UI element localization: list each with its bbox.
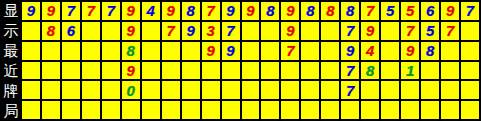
grid-cell [182, 101, 200, 119]
grid-cell [461, 62, 479, 80]
grid-cell [202, 81, 220, 99]
grid-cell [421, 62, 439, 80]
grid-cell [421, 81, 439, 99]
grid-cell [261, 101, 279, 119]
grid-cell [142, 22, 160, 40]
label-char: 近 [0, 61, 22, 81]
label-char: 最 [0, 40, 22, 60]
grid-cell [461, 81, 479, 99]
grid-cell: 5 [381, 2, 399, 20]
grid-cell [281, 81, 299, 99]
grid-cell: 9 [441, 2, 459, 20]
grid-cell: 8 [182, 2, 200, 20]
grid-cell: 7 [162, 22, 180, 40]
label-char: 牌 [0, 81, 22, 101]
grid-cell: 7 [281, 42, 299, 60]
grid-cell: 9 [341, 42, 359, 60]
grid-cell [321, 101, 339, 119]
grid-cell: 7 [62, 2, 80, 20]
grid-cell: 9 [281, 22, 299, 40]
grid-cell [102, 62, 120, 80]
grid-cell [301, 42, 319, 60]
grid-cell [42, 62, 60, 80]
grid-cell [82, 22, 100, 40]
grid-cell [142, 42, 160, 60]
grid-cell: 9 [242, 2, 260, 20]
grid-cell: 9 [361, 22, 379, 40]
grid-cell: 9 [162, 2, 180, 20]
grid-cell: 8 [42, 22, 60, 40]
grid-cell: 4 [361, 42, 379, 60]
grid-cell [441, 42, 459, 60]
grid-cell: 8 [421, 42, 439, 60]
grid-cell [182, 42, 200, 60]
grid-cell [62, 81, 80, 99]
grid-cell [102, 81, 120, 99]
grid-cell: 7 [341, 62, 359, 80]
grid-cell [162, 62, 180, 80]
grid-cell: 9 [122, 2, 140, 20]
grid-cell: 6 [421, 2, 439, 20]
grid-cell [381, 62, 399, 80]
grid-cell: 7 [361, 2, 379, 20]
grid-cell [42, 101, 60, 119]
label-char: 显 [0, 0, 22, 20]
grid-cell [361, 81, 379, 99]
grid-cell [202, 101, 220, 119]
grid-cell: 7 [202, 2, 220, 20]
grid-cell: 7 [341, 81, 359, 99]
grid-cell: 9 [122, 22, 140, 40]
grid-cell [22, 81, 40, 99]
grid-cell [321, 42, 339, 60]
grid-cell: 8 [301, 2, 319, 20]
grid-cell: 7 [102, 2, 120, 20]
grid-cell: 6 [62, 22, 80, 40]
grid-cell [301, 81, 319, 99]
grid-cell [62, 101, 80, 119]
grid-cell: 9 [281, 2, 299, 20]
grid-cell: 0 [122, 81, 140, 99]
grid-cell [401, 81, 419, 99]
label-char: 示 [0, 20, 22, 40]
grid-cell [222, 81, 240, 99]
grid-cell [182, 81, 200, 99]
grid-cell [162, 101, 180, 119]
grid-cell [22, 22, 40, 40]
grid-cell [321, 81, 339, 99]
grid-cell [142, 62, 160, 80]
grid-cell [281, 101, 299, 119]
grid-cell [281, 62, 299, 80]
grid-cell: 8 [122, 42, 140, 60]
grid-cell [82, 62, 100, 80]
grid-cell [301, 22, 319, 40]
grid-cell [122, 101, 140, 119]
grid-cell [62, 62, 80, 80]
grid-cell [321, 22, 339, 40]
recent-rounds-panel: 显 示 最 近 牌 局 9977794987998988875569786979… [0, 0, 481, 121]
panel-title-vertical: 显 示 最 近 牌 局 [0, 0, 22, 121]
grid-cell [102, 42, 120, 60]
grid-cell: 9 [182, 22, 200, 40]
grid-cell: 9 [42, 2, 60, 20]
grid-cell: 1 [401, 62, 419, 80]
grid-cell: 3 [202, 22, 220, 40]
label-char: 局 [0, 101, 22, 121]
grid-cell: 9 [122, 62, 140, 80]
grid-cell: 7 [341, 22, 359, 40]
grid-cell: 8 [321, 2, 339, 20]
grid-cell [242, 62, 260, 80]
grid-cell [401, 101, 419, 119]
grid-cell [22, 62, 40, 80]
grid-cell [441, 101, 459, 119]
grid-cell [222, 101, 240, 119]
grid-cell [461, 101, 479, 119]
grid-cell: 8 [361, 62, 379, 80]
grid-cell: 9 [222, 2, 240, 20]
grid-cell: 8 [261, 2, 279, 20]
grid-cell [261, 81, 279, 99]
grid-cell: 9 [401, 42, 419, 60]
grid-cell: 7 [82, 2, 100, 20]
grid-cell [421, 101, 439, 119]
grid-cell [222, 62, 240, 80]
grid-cell [301, 62, 319, 80]
grid-cell [242, 101, 260, 119]
grid-cell [182, 62, 200, 80]
grid-cell [261, 42, 279, 60]
grid-cell [22, 42, 40, 60]
grid-cell [461, 42, 479, 60]
grid-cell: 9 [22, 2, 40, 20]
grid-cell [82, 42, 100, 60]
grid-cell [162, 81, 180, 99]
grid-cell [242, 81, 260, 99]
grid-cell [42, 42, 60, 60]
grid-cell [441, 81, 459, 99]
grid-cell [142, 101, 160, 119]
grid-cell [261, 22, 279, 40]
grid-cell: 9 [222, 42, 240, 60]
grid-cell [242, 22, 260, 40]
grid-cell [461, 22, 479, 40]
grid-cell [82, 101, 100, 119]
number-grid: 9977794987998988875569786979379797578997… [22, 0, 481, 121]
grid-cell [381, 22, 399, 40]
grid-cell [142, 81, 160, 99]
grid-cell [381, 42, 399, 60]
grid-cell [22, 101, 40, 119]
grid-cell: 7 [441, 22, 459, 40]
grid-cell [441, 62, 459, 80]
grid-cell [102, 22, 120, 40]
grid-cell [242, 42, 260, 60]
grid-cell [82, 81, 100, 99]
grid-cell: 7 [461, 2, 479, 20]
grid-cell [321, 62, 339, 80]
grid-cell [62, 42, 80, 60]
grid-cell [361, 101, 379, 119]
grid-cell [301, 101, 319, 119]
grid-cell [102, 101, 120, 119]
grid-cell: 9 [202, 42, 220, 60]
grid-cell [381, 81, 399, 99]
grid-cell: 5 [421, 22, 439, 40]
grid-cell: 5 [401, 2, 419, 20]
grid-cell [261, 62, 279, 80]
grid-cell: 8 [341, 2, 359, 20]
grid-cell: 4 [142, 2, 160, 20]
grid-cell: 7 [401, 22, 419, 40]
grid-cell [202, 62, 220, 80]
grid-cell: 7 [222, 22, 240, 40]
grid-cell [381, 101, 399, 119]
grid-cell [162, 42, 180, 60]
grid-cell [341, 101, 359, 119]
grid-cell [42, 81, 60, 99]
